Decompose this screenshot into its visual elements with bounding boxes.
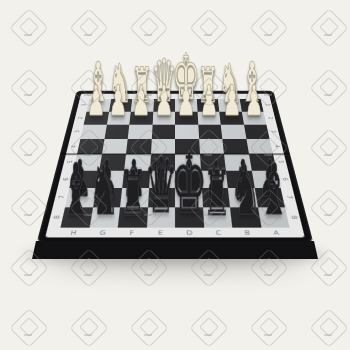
square-f7: [120, 188, 149, 207]
square-b2: [219, 111, 243, 124]
square-c7: [201, 188, 230, 207]
square-b3: [221, 125, 246, 139]
square-g1: [109, 99, 133, 111]
square-a1: [239, 99, 263, 111]
rank-label-left-2: 2: [77, 117, 83, 119]
rank-label-left-4: 4: [70, 145, 77, 148]
square-e6: [149, 170, 175, 188]
square-h6: [69, 170, 98, 188]
rank-label-right-5: 5: [277, 161, 284, 164]
square-f8: [118, 207, 148, 228]
file-label-e: E: [158, 230, 163, 236]
square-g2: [106, 111, 130, 124]
square-c2: [197, 111, 221, 124]
square-g4: [102, 139, 128, 154]
square-d2: [175, 111, 198, 124]
rank-label-right-1: 1: [264, 104, 270, 106]
square-a2: [241, 111, 266, 124]
rank-label-left-6: 6: [62, 177, 70, 180]
rank-label-left-3: 3: [73, 130, 80, 132]
square-h5: [73, 154, 101, 170]
square-e2: [152, 111, 175, 124]
square-f4: [126, 139, 151, 154]
square-h7: [65, 188, 96, 207]
square-e8: [146, 207, 175, 228]
file-label-h: H: [70, 230, 77, 236]
square-a5: [249, 154, 277, 170]
square-e7: [148, 188, 175, 207]
file-label-d: D: [186, 230, 192, 236]
square-g8: [89, 207, 120, 228]
square-h4: [77, 139, 104, 154]
square-c5: [200, 154, 226, 170]
square-d7: [175, 188, 202, 207]
square-g3: [104, 125, 129, 139]
square-b1: [218, 99, 242, 111]
square-b7: [228, 188, 258, 207]
square-e1: [153, 99, 175, 111]
rank-label-right-7: 7: [285, 196, 293, 199]
square-d8: [175, 207, 204, 228]
square-a8: [257, 207, 289, 228]
square-f6: [122, 170, 149, 188]
file-label-b: B: [244, 230, 250, 236]
square-b6: [226, 170, 254, 188]
square-f1: [131, 99, 154, 111]
square-g6: [96, 170, 124, 188]
square-h8: [60, 207, 92, 228]
rank-label-right-2: 2: [267, 117, 273, 119]
square-d6: [175, 170, 201, 188]
rank-label-left-1: 1: [80, 104, 86, 106]
chessboard: HGFEDCBA1234567812345678: [37, 91, 314, 243]
rank-label-right-6: 6: [281, 177, 289, 180]
square-c8: [202, 207, 232, 228]
rank-label-left-5: 5: [66, 161, 73, 164]
square-a7: [254, 188, 285, 207]
square-h2: [84, 111, 109, 124]
rank-label-right-8: 8: [289, 215, 297, 218]
square-b5: [224, 154, 251, 170]
rank-label-left-8: 8: [52, 215, 60, 218]
square-e3: [151, 125, 175, 139]
square-d1: [175, 99, 197, 111]
square-c3: [198, 125, 222, 139]
square-b8: [230, 207, 261, 228]
square-g5: [99, 154, 126, 170]
square-a4: [246, 139, 273, 154]
square-b4: [222, 139, 248, 154]
file-label-c: C: [215, 230, 221, 236]
square-d3: [175, 125, 199, 139]
rank-label-right-4: 4: [273, 145, 280, 148]
square-c6: [200, 170, 227, 188]
square-d4: [175, 139, 200, 154]
square-d5: [175, 154, 200, 170]
square-h3: [80, 125, 106, 139]
fold-seam: [60, 153, 291, 155]
square-a6: [251, 170, 280, 188]
square-a3: [244, 125, 270, 139]
square-e4: [151, 139, 176, 154]
rank-label-right-3: 3: [270, 130, 277, 132]
square-f5: [124, 154, 150, 170]
rank-label-left-7: 7: [57, 196, 65, 199]
square-c4: [199, 139, 224, 154]
square-c1: [196, 99, 219, 111]
square-e5: [150, 154, 175, 170]
squares-grid: [60, 99, 289, 228]
photo-scene: HGFEDCBA1234567812345678 ♝♞♜♚♛♜♞♝♟♟♟♟♟♟♟…: [0, 0, 350, 350]
file-label-a: A: [273, 230, 279, 236]
file-label-g: G: [99, 230, 106, 236]
square-f2: [129, 111, 153, 124]
file-label-f: F: [129, 230, 134, 236]
square-f3: [128, 125, 152, 139]
square-h1: [87, 99, 111, 111]
square-g7: [93, 188, 123, 207]
